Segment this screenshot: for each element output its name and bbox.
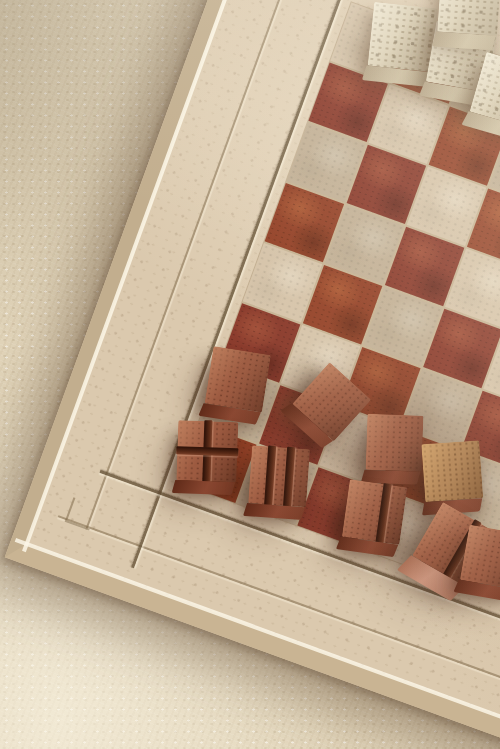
piece-white-cube-b8[interactable] [437, 0, 500, 36]
piece-red-cube-d2[interactable] [366, 414, 424, 472]
piece-white-cube-a8[interactable] [368, 2, 438, 72]
groove-cut [176, 446, 238, 456]
groove-cut [375, 483, 391, 544]
piece-red-cube-d1[interactable] [342, 479, 408, 545]
photo-scene [0, 0, 500, 749]
piece-red-cube-e2[interactable] [421, 440, 483, 502]
piece-red-cube-b1[interactable] [248, 445, 310, 507]
piece-red-cube-a1[interactable] [176, 420, 238, 482]
piece-red-cube-a2[interactable] [205, 346, 271, 412]
piece-red-cube-b2[interactable] [292, 362, 371, 441]
groove-cut [283, 447, 295, 507]
groove-cut [264, 445, 276, 505]
